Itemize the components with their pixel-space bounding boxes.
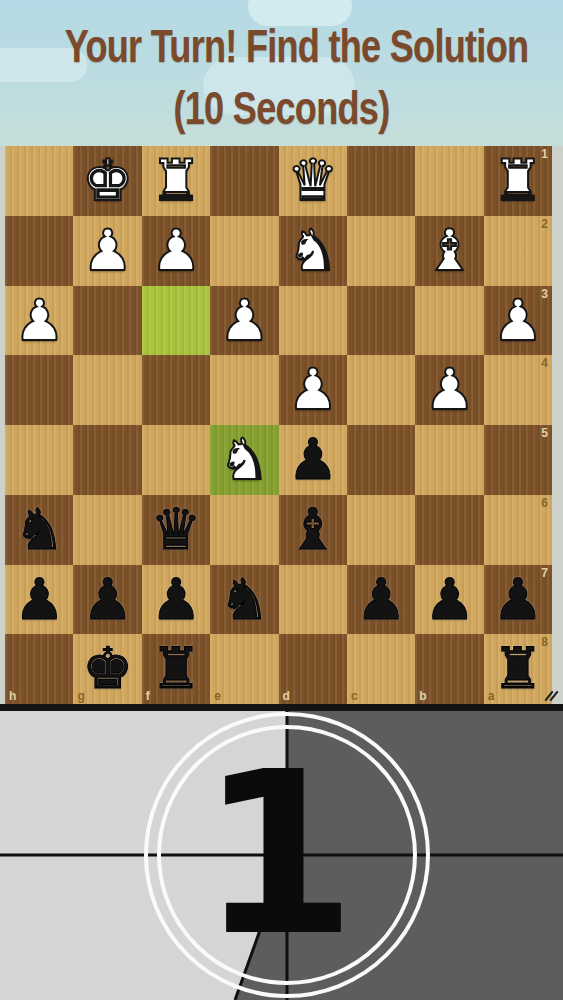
board-square[interactable]: h bbox=[5, 634, 73, 704]
wood-grain bbox=[347, 425, 415, 495]
board-square[interactable]: b bbox=[415, 634, 483, 704]
board-corner-resize-icon[interactable] bbox=[544, 690, 558, 702]
board-square[interactable]: ♟ bbox=[5, 286, 73, 356]
page-title-line1: Your Turn! Find the Solution bbox=[65, 18, 499, 73]
board-square[interactable]: ♟ bbox=[279, 425, 347, 495]
board-square[interactable]: ♛ bbox=[279, 146, 347, 216]
wood-grain bbox=[347, 355, 415, 425]
wood-grain bbox=[347, 286, 415, 356]
chess-board[interactable]: ♚♜♛1♜♟♟♞♝2♟♟3♟♟♟4♞♟5♞♛♝6♟♟♟♞♟♟7♟hg♚f♜edc… bbox=[5, 146, 552, 704]
board-square[interactable]: ♟ bbox=[210, 286, 278, 356]
board-bottom-edge bbox=[0, 704, 563, 711]
white-pawn-piece: ♟ bbox=[415, 355, 483, 425]
board-square[interactable]: 5 bbox=[484, 425, 552, 495]
white-pawn-piece: ♟ bbox=[279, 355, 347, 425]
board-square[interactable] bbox=[210, 216, 278, 286]
wood-grain bbox=[415, 425, 483, 495]
board-square[interactable] bbox=[210, 495, 278, 565]
board-square[interactable]: ♞ bbox=[5, 495, 73, 565]
wood-grain bbox=[142, 286, 210, 356]
board-square[interactable] bbox=[210, 146, 278, 216]
wood-grain bbox=[5, 216, 73, 286]
board-square[interactable] bbox=[347, 425, 415, 495]
board-square[interactable]: ♛ bbox=[142, 495, 210, 565]
board-square[interactable] bbox=[73, 425, 141, 495]
file-label: f bbox=[146, 690, 150, 702]
board-square[interactable] bbox=[347, 495, 415, 565]
white-knight-piece: ♞ bbox=[279, 216, 347, 286]
white-queen-piece: ♛ bbox=[279, 146, 347, 216]
wood-grain bbox=[5, 146, 73, 216]
black-pawn-piece: ♟ bbox=[5, 565, 73, 635]
wood-grain bbox=[347, 146, 415, 216]
rank-label: 7 bbox=[541, 567, 548, 579]
board-square[interactable]: ♟ bbox=[142, 216, 210, 286]
wood-grain bbox=[279, 286, 347, 356]
black-pawn-piece: ♟ bbox=[142, 565, 210, 635]
board-square[interactable]: ♟ bbox=[415, 565, 483, 635]
board-square[interactable]: ♟ bbox=[415, 355, 483, 425]
board-square[interactable] bbox=[210, 355, 278, 425]
white-pawn-piece: ♟ bbox=[5, 286, 73, 356]
board-square[interactable] bbox=[279, 286, 347, 356]
black-pawn-piece: ♟ bbox=[73, 565, 141, 635]
black-pawn-piece: ♟ bbox=[279, 425, 347, 495]
file-label: b bbox=[419, 690, 426, 702]
wood-grain bbox=[73, 286, 141, 356]
board-square[interactable] bbox=[142, 286, 210, 356]
wood-grain bbox=[73, 495, 141, 565]
white-pawn-piece: ♟ bbox=[73, 216, 141, 286]
board-square[interactable] bbox=[5, 425, 73, 495]
black-queen-piece: ♛ bbox=[142, 495, 210, 565]
board-square[interactable] bbox=[73, 355, 141, 425]
wood-grain bbox=[210, 216, 278, 286]
board-square[interactable] bbox=[415, 425, 483, 495]
board-square[interactable]: ♟ bbox=[5, 565, 73, 635]
board-square[interactable]: f♜ bbox=[142, 634, 210, 704]
board-square[interactable]: a8♜ bbox=[484, 634, 552, 704]
black-pawn-piece: ♟ bbox=[347, 565, 415, 635]
board-square[interactable] bbox=[142, 425, 210, 495]
board-square[interactable]: 1♜ bbox=[484, 146, 552, 216]
board-square[interactable]: ♚ bbox=[73, 146, 141, 216]
board-square[interactable] bbox=[5, 216, 73, 286]
board-square[interactable] bbox=[5, 146, 73, 216]
board-square[interactable] bbox=[347, 286, 415, 356]
countdown-number: 1 bbox=[178, 723, 378, 985]
wood-grain bbox=[415, 495, 483, 565]
wood-grain bbox=[73, 425, 141, 495]
board-area: ♚♜♛1♜♟♟♞♝2♟♟3♟♟♟4♞♟5♞♛♝6♟♟♟♞♟♟7♟hg♚f♜edc… bbox=[0, 146, 563, 704]
white-rook-piece: ♜ bbox=[142, 146, 210, 216]
file-label: a bbox=[488, 690, 495, 702]
black-rook-piece: ♜ bbox=[142, 634, 210, 704]
rank-label: 1 bbox=[541, 148, 548, 160]
board-square[interactable]: ♞ bbox=[210, 425, 278, 495]
sky-header: Your Turn! Find the Solution (10 Seconds… bbox=[0, 0, 563, 146]
file-label: g bbox=[77, 690, 84, 702]
white-king-piece: ♚ bbox=[73, 146, 141, 216]
board-square[interactable] bbox=[279, 565, 347, 635]
rank-label: 3 bbox=[541, 288, 548, 300]
board-square[interactable]: ♟ bbox=[73, 565, 141, 635]
board-square[interactable] bbox=[73, 286, 141, 356]
wood-grain bbox=[415, 146, 483, 216]
board-square[interactable]: 3♟ bbox=[484, 286, 552, 356]
board-square[interactable]: ♟ bbox=[73, 216, 141, 286]
white-knight-piece: ♞ bbox=[210, 425, 278, 495]
board-square[interactable]: ♝ bbox=[279, 495, 347, 565]
wood-grain bbox=[5, 355, 73, 425]
board-square[interactable] bbox=[5, 355, 73, 425]
board-square[interactable] bbox=[415, 146, 483, 216]
board-square[interactable]: c bbox=[347, 634, 415, 704]
board-square[interactable]: ♝ bbox=[415, 216, 483, 286]
wood-grain bbox=[210, 146, 278, 216]
board-square[interactable]: ♞ bbox=[210, 565, 278, 635]
white-pawn-piece: ♟ bbox=[142, 216, 210, 286]
wood-grain bbox=[210, 495, 278, 565]
wood-grain bbox=[347, 495, 415, 565]
board-square[interactable]: 2 bbox=[484, 216, 552, 286]
file-label: h bbox=[9, 690, 16, 702]
white-bishop-piece: ♝ bbox=[415, 216, 483, 286]
rank-label: 4 bbox=[541, 357, 548, 369]
wood-grain bbox=[142, 355, 210, 425]
board-square[interactable]: e bbox=[210, 634, 278, 704]
board-square[interactable]: ♟ bbox=[142, 565, 210, 635]
board-square[interactable] bbox=[142, 355, 210, 425]
board-square[interactable] bbox=[73, 495, 141, 565]
black-knight-piece: ♞ bbox=[210, 565, 278, 635]
rank-label: 8 bbox=[541, 636, 548, 648]
rank-label: 6 bbox=[541, 497, 548, 509]
board-square[interactable]: g♚ bbox=[73, 634, 141, 704]
wood-grain bbox=[5, 425, 73, 495]
black-pawn-piece: ♟ bbox=[415, 565, 483, 635]
board-square[interactable] bbox=[347, 355, 415, 425]
board-square[interactable]: ♞ bbox=[279, 216, 347, 286]
board-square[interactable]: 4 bbox=[484, 355, 552, 425]
board-square[interactable] bbox=[415, 286, 483, 356]
board-square[interactable]: d bbox=[279, 634, 347, 704]
board-square[interactable]: ♜ bbox=[142, 146, 210, 216]
rank-label: 2 bbox=[541, 218, 548, 230]
black-bishop-piece: ♝ bbox=[279, 495, 347, 565]
wood-grain bbox=[142, 425, 210, 495]
wood-grain bbox=[210, 355, 278, 425]
black-knight-piece: ♞ bbox=[5, 495, 73, 565]
wood-grain bbox=[73, 355, 141, 425]
wood-grain bbox=[279, 565, 347, 635]
board-square[interactable] bbox=[415, 495, 483, 565]
board-square[interactable] bbox=[347, 216, 415, 286]
file-label: e bbox=[214, 690, 221, 702]
board-square[interactable]: 6 bbox=[484, 495, 552, 565]
film-countdown: 1 bbox=[0, 711, 563, 1000]
board-square[interactable]: ♟ bbox=[347, 565, 415, 635]
file-label: d bbox=[283, 690, 290, 702]
rank-label: 5 bbox=[541, 427, 548, 439]
white-pawn-piece: ♟ bbox=[210, 286, 278, 356]
wood-grain bbox=[415, 286, 483, 356]
board-square[interactable] bbox=[347, 146, 415, 216]
board-square[interactable]: ♟ bbox=[279, 355, 347, 425]
wood-grain bbox=[347, 216, 415, 286]
board-square[interactable]: 7♟ bbox=[484, 565, 552, 635]
page-title-line2: (10 Seconds) bbox=[65, 80, 499, 135]
file-label: c bbox=[351, 690, 358, 702]
